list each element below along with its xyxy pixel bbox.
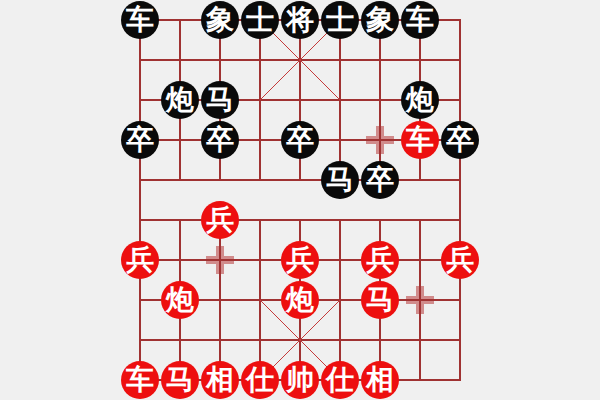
red-general[interactable]: 帅 [281,361,319,399]
board-point-f4r1: 士 [240,0,280,40]
last-move-marker [400,280,440,320]
board-point-f3r10: 相 [200,360,240,400]
board-point-f8r3: 炮 [400,80,440,120]
red-cannon[interactable]: 炮 [161,281,199,319]
board-point-f1r1: 车 [120,0,160,40]
marker-corner [206,246,219,259]
board-point-f1r7: 兵 [120,240,160,280]
red-advisor[interactable]: 仕 [321,361,359,399]
black-soldier[interactable]: 卒 [281,121,319,159]
marker-corner [366,141,379,154]
black-elephant[interactable]: 象 [361,1,399,39]
move-marker-crosshair [206,246,234,274]
board-point-f3r3: 马 [200,80,240,120]
board-point-f5r4: 卒 [280,120,320,160]
board-point-f3r1: 象 [200,0,240,40]
black-general[interactable]: 将 [281,1,319,39]
board-point-f5r10: 帅 [280,360,320,400]
black-chariot[interactable]: 车 [401,1,439,39]
board-point-f9r7: 兵 [440,240,480,280]
board-intersections: 车象士将士象车炮马炮卒卒卒车卒马卒兵兵兵兵兵炮炮马车马相仕帅仕相 [120,0,480,400]
red-soldier[interactable]: 兵 [441,241,479,279]
board-point-f6r1: 士 [320,0,360,40]
board-point-f1r10: 车 [120,360,160,400]
board-point-f7r1: 象 [360,0,400,40]
board-point-f8r4: 车 [400,120,440,160]
black-soldier[interactable]: 卒 [201,121,239,159]
marker-corner [381,126,394,139]
black-advisor[interactable]: 士 [321,1,359,39]
board-point-f7r8: 马 [360,280,400,320]
black-horse[interactable]: 马 [201,81,239,119]
red-elephant[interactable]: 相 [201,361,239,399]
marker-corner [366,126,379,139]
board-point-f3r6: 兵 [200,200,240,240]
black-cannon[interactable]: 炮 [401,81,439,119]
red-cannon[interactable]: 炮 [281,281,319,319]
black-horse[interactable]: 马 [321,161,359,199]
black-advisor[interactable]: 士 [241,1,279,39]
board-point-f2r10: 马 [160,360,200,400]
board-point-f9r4: 卒 [440,120,480,160]
red-chariot[interactable]: 车 [401,121,439,159]
board-point-f6r10: 仕 [320,360,360,400]
red-soldier[interactable]: 兵 [121,241,159,279]
last-move-marker [360,120,400,160]
xiangqi-board: 车象士将士象车炮马炮卒卒卒车卒马卒兵兵兵兵兵炮炮马车马相仕帅仕相 [0,0,600,400]
black-elephant[interactable]: 象 [201,1,239,39]
board-point-f2r8: 炮 [160,280,200,320]
last-move-marker [200,240,240,280]
black-soldier[interactable]: 卒 [441,121,479,159]
board-point-f7r5: 卒 [360,160,400,200]
red-soldier[interactable]: 兵 [361,241,399,279]
move-marker-crosshair [406,286,434,314]
red-elephant[interactable]: 相 [361,361,399,399]
board-point-f8r1: 车 [400,0,440,40]
board-point-f5r1: 将 [280,0,320,40]
red-advisor[interactable]: 仕 [241,361,279,399]
red-horse[interactable]: 马 [161,361,199,399]
red-soldier[interactable]: 兵 [201,201,239,239]
board-point-f3r4: 卒 [200,120,240,160]
board-point-f2r3: 炮 [160,80,200,120]
board-point-f4r10: 仕 [240,360,280,400]
marker-corner [221,261,234,274]
board-point-f5r8: 炮 [280,280,320,320]
board-point-f7r7: 兵 [360,240,400,280]
red-horse[interactable]: 马 [361,281,399,319]
marker-corner [206,261,219,274]
black-chariot[interactable]: 车 [121,1,159,39]
move-marker-crosshair [366,126,394,154]
red-chariot[interactable]: 车 [121,361,159,399]
marker-corner [381,141,394,154]
marker-corner [406,286,419,299]
black-soldier[interactable]: 卒 [361,161,399,199]
board-point-f7r10: 相 [360,360,400,400]
marker-corner [406,301,419,314]
marker-corner [421,286,434,299]
red-soldier[interactable]: 兵 [281,241,319,279]
board-point-f6r5: 马 [320,160,360,200]
board-point-f5r7: 兵 [280,240,320,280]
black-cannon[interactable]: 炮 [161,81,199,119]
black-soldier[interactable]: 卒 [121,121,159,159]
board-point-f1r4: 卒 [120,120,160,160]
marker-corner [221,246,234,259]
marker-corner [421,301,434,314]
